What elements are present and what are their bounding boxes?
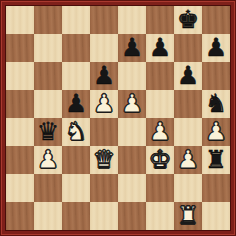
black-king[interactable]: ♚ <box>177 6 199 34</box>
black-pawn[interactable]: ♟ <box>121 34 143 62</box>
square-d2[interactable] <box>90 174 118 202</box>
square-f4[interactable]: ♟ <box>146 118 174 146</box>
black-pawn[interactable]: ♟ <box>65 90 87 118</box>
square-e1[interactable] <box>118 202 146 230</box>
square-g1[interactable]: ♜ <box>174 202 202 230</box>
square-c1[interactable] <box>62 202 90 230</box>
square-e6[interactable] <box>118 62 146 90</box>
square-e7[interactable]: ♟ <box>118 34 146 62</box>
square-g5[interactable] <box>174 90 202 118</box>
square-c8[interactable] <box>62 6 90 34</box>
square-f8[interactable] <box>146 6 174 34</box>
square-g7[interactable] <box>174 34 202 62</box>
square-b2[interactable] <box>34 174 62 202</box>
square-a1[interactable] <box>6 202 34 230</box>
black-knight[interactable]: ♞ <box>205 90 227 118</box>
square-e3[interactable] <box>118 146 146 174</box>
square-a6[interactable] <box>6 62 34 90</box>
black-queen[interactable]: ♛ <box>37 118 59 146</box>
square-g3[interactable]: ♟ <box>174 146 202 174</box>
square-e5[interactable]: ♟ <box>118 90 146 118</box>
square-g6[interactable]: ♟ <box>174 62 202 90</box>
white-pawn[interactable]: ♟ <box>177 146 199 174</box>
black-rook[interactable]: ♜ <box>205 146 227 174</box>
square-d5[interactable]: ♟ <box>90 90 118 118</box>
square-e8[interactable] <box>118 6 146 34</box>
square-h7[interactable]: ♟ <box>202 34 230 62</box>
black-pawn[interactable]: ♟ <box>205 34 227 62</box>
square-a7[interactable] <box>6 34 34 62</box>
board-frame: ♚♟♟♟♟♟♟♟♟♞♛♞♟♟♟♛♚♟♜♜ <box>0 0 236 236</box>
square-h3[interactable]: ♜ <box>202 146 230 174</box>
square-e2[interactable] <box>118 174 146 202</box>
square-g4[interactable] <box>174 118 202 146</box>
square-a2[interactable] <box>6 174 34 202</box>
square-d6[interactable]: ♟ <box>90 62 118 90</box>
square-d3[interactable]: ♛ <box>90 146 118 174</box>
square-a4[interactable] <box>6 118 34 146</box>
square-b7[interactable] <box>34 34 62 62</box>
square-d1[interactable] <box>90 202 118 230</box>
square-c7[interactable] <box>62 34 90 62</box>
square-b4[interactable]: ♛ <box>34 118 62 146</box>
white-knight[interactable]: ♞ <box>65 118 87 146</box>
black-pawn[interactable]: ♟ <box>93 62 115 90</box>
white-queen[interactable]: ♛ <box>93 146 115 174</box>
square-f6[interactable] <box>146 62 174 90</box>
square-e4[interactable] <box>118 118 146 146</box>
black-pawn[interactable]: ♟ <box>149 34 171 62</box>
square-f7[interactable]: ♟ <box>146 34 174 62</box>
square-b1[interactable] <box>34 202 62 230</box>
square-d4[interactable] <box>90 118 118 146</box>
white-king[interactable]: ♚ <box>149 146 171 174</box>
square-h1[interactable] <box>202 202 230 230</box>
square-h8[interactable] <box>202 6 230 34</box>
white-pawn[interactable]: ♟ <box>121 90 143 118</box>
square-a3[interactable] <box>6 146 34 174</box>
white-pawn[interactable]: ♟ <box>93 90 115 118</box>
square-c5[interactable]: ♟ <box>62 90 90 118</box>
square-d8[interactable] <box>90 6 118 34</box>
square-b6[interactable] <box>34 62 62 90</box>
square-c3[interactable] <box>62 146 90 174</box>
white-pawn[interactable]: ♟ <box>37 146 59 174</box>
black-pawn[interactable]: ♟ <box>177 62 199 90</box>
square-f5[interactable] <box>146 90 174 118</box>
square-g8[interactable]: ♚ <box>174 6 202 34</box>
white-rook[interactable]: ♜ <box>177 202 199 230</box>
square-c6[interactable] <box>62 62 90 90</box>
square-f3[interactable]: ♚ <box>146 146 174 174</box>
white-pawn[interactable]: ♟ <box>149 118 171 146</box>
square-f2[interactable] <box>146 174 174 202</box>
white-pawn[interactable]: ♟ <box>205 118 227 146</box>
square-h4[interactable]: ♟ <box>202 118 230 146</box>
square-c4[interactable]: ♞ <box>62 118 90 146</box>
chess-board: ♚♟♟♟♟♟♟♟♟♞♛♞♟♟♟♛♚♟♜♜ <box>6 6 230 230</box>
square-c2[interactable] <box>62 174 90 202</box>
square-a5[interactable] <box>6 90 34 118</box>
square-h2[interactable] <box>202 174 230 202</box>
square-h6[interactable] <box>202 62 230 90</box>
square-b5[interactable] <box>34 90 62 118</box>
square-b3[interactable]: ♟ <box>34 146 62 174</box>
square-b8[interactable] <box>34 6 62 34</box>
square-d7[interactable] <box>90 34 118 62</box>
square-g2[interactable] <box>174 174 202 202</box>
square-h5[interactable]: ♞ <box>202 90 230 118</box>
square-f1[interactable] <box>146 202 174 230</box>
square-a8[interactable] <box>6 6 34 34</box>
